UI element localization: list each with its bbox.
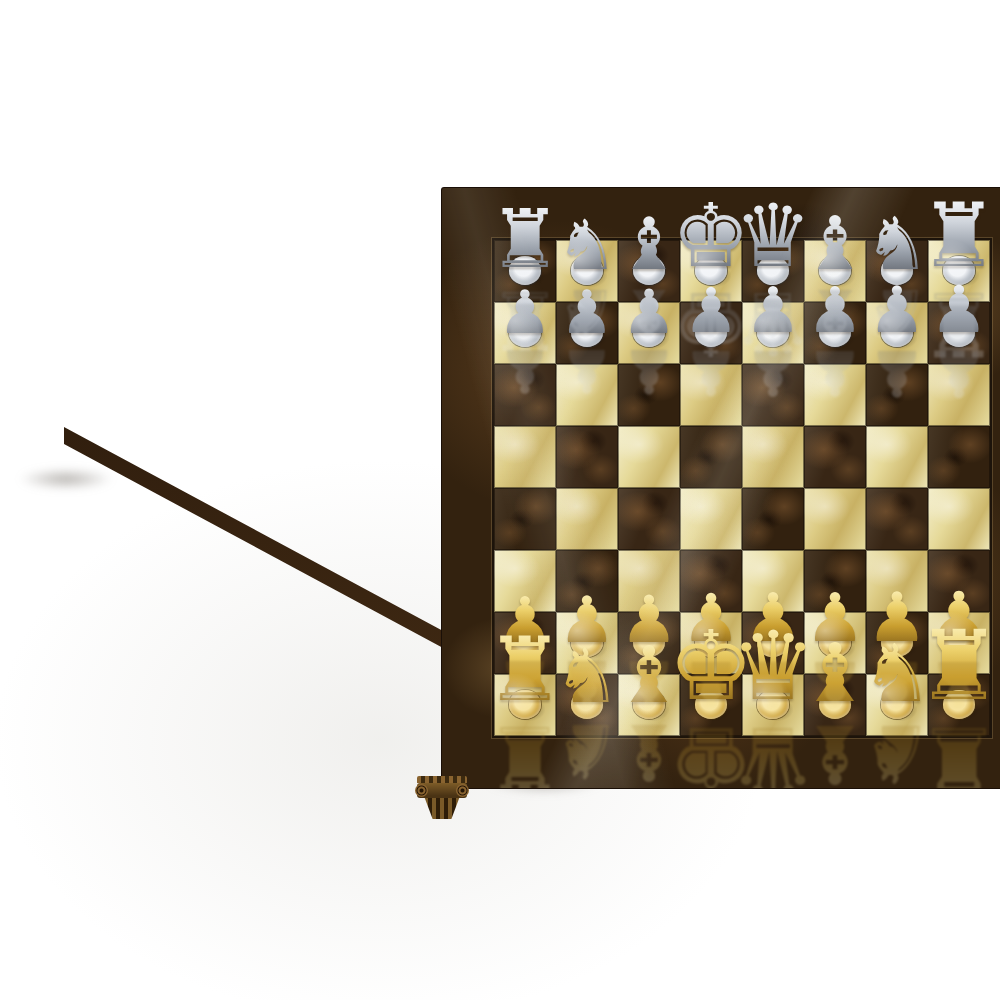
photo-stage: ♜♞♝♚♛♝♞♜♟♟♟♟♟♟♟♟♟♟♟♟♟♟♟♟♜♞♝♚♛♝♞♜ ♜♞♝♚♛♝♞…: [0, 0, 1000, 1000]
square-b6[interactable]: [866, 364, 928, 426]
square-d4[interactable]: [742, 488, 804, 550]
square-g5[interactable]: [556, 426, 618, 488]
corner-foot-left-icon: [417, 776, 467, 819]
square-h5[interactable]: [494, 426, 556, 488]
square-e4[interactable]: [680, 488, 742, 550]
square-h6[interactable]: [494, 364, 556, 426]
piece-black-pawn[interactable]: ♟: [913, 277, 1000, 342]
square-e5[interactable]: [680, 426, 742, 488]
piece-white-rook[interactable]: ♜: [913, 618, 1000, 714]
board-squares: ♜♞♝♚♛♝♞♜♟♟♟♟♟♟♟♟♟♟♟♟♟♟♟♟♜♞♝♚♛♝♞♜: [494, 240, 990, 736]
square-e6[interactable]: [680, 364, 742, 426]
square-a5[interactable]: [928, 426, 990, 488]
square-b5[interactable]: [866, 426, 928, 488]
square-a4[interactable]: [928, 488, 990, 550]
square-d6[interactable]: [742, 364, 804, 426]
floor-shadow-left: [18, 468, 114, 490]
square-c5[interactable]: [804, 426, 866, 488]
chess-board: ♜♞♝♚♛♝♞♜♟♟♟♟♟♟♟♟♟♟♟♟♟♟♟♟♜♞♝♚♛♝♞♜ ♜♞♝♚♛♝♞…: [442, 188, 1000, 788]
square-h4[interactable]: [494, 488, 556, 550]
square-g4[interactable]: [556, 488, 618, 550]
square-a1[interactable]: ♜: [928, 674, 990, 736]
square-a7[interactable]: ♟: [928, 302, 990, 364]
square-c6[interactable]: [804, 364, 866, 426]
square-f4[interactable]: [618, 488, 680, 550]
square-d5[interactable]: [742, 426, 804, 488]
square-b4[interactable]: [866, 488, 928, 550]
square-f5[interactable]: [618, 426, 680, 488]
square-g6[interactable]: [556, 364, 618, 426]
square-f6[interactable]: [618, 364, 680, 426]
piece-black-rook[interactable]: ♜: [913, 192, 1000, 280]
square-a6[interactable]: [928, 364, 990, 426]
square-c4[interactable]: [804, 488, 866, 550]
